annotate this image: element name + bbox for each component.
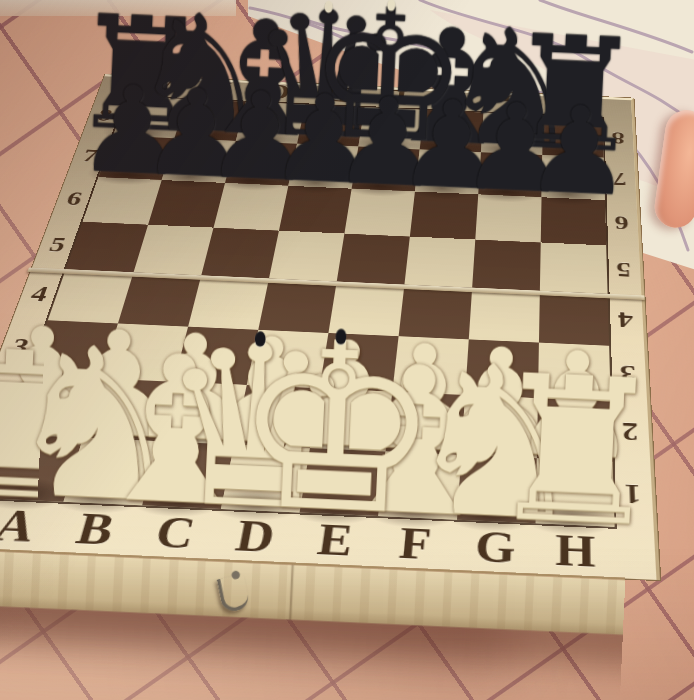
piece-shadow <box>285 129 362 152</box>
square-c8[interactable]: ♝ <box>236 102 306 144</box>
board-scene: ♜♞♝♛♚♝♞♜♟♟♟♟♟♟♟♟♟♟♟♟♟♟♟♟♜♞♝♛♚♝♞♜ 8877665… <box>0 0 694 700</box>
square-e1[interactable]: ♚ <box>300 448 386 516</box>
square-c6[interactable] <box>214 183 289 231</box>
piece-shadow <box>85 162 168 186</box>
square-d8[interactable]: ♛ <box>297 104 365 146</box>
square-g8[interactable]: ♞ <box>481 113 543 155</box>
photo-scene: ♜♞♝♛♚♝♞♜♟♟♟♟♟♟♟♟♟♟♟♟♟♟♟♟♜♞♝♛♚♝♞♜ 8877665… <box>0 0 694 700</box>
black-queen-d8[interactable]: ♛ <box>244 0 408 166</box>
file-label-top-D: D <box>305 82 368 107</box>
square-b7[interactable]: ♟ <box>162 138 236 183</box>
square-a8[interactable]: ♜ <box>113 96 186 138</box>
black-pawn-g7[interactable]: ♟ <box>458 86 571 211</box>
black-king-e8[interactable]: ♚ <box>304 0 473 169</box>
square-e7[interactable]: ♟ <box>352 147 420 192</box>
clasp-hook-icon <box>217 574 251 613</box>
rank-label-left-7: 7 <box>67 134 113 177</box>
square-e8[interactable]: ♚ <box>358 107 424 149</box>
black-rook-h8[interactable]: ♜ <box>501 14 647 175</box>
piece-shadow <box>100 121 180 144</box>
black-rook-a8[interactable]: ♜ <box>67 0 213 155</box>
square-h6[interactable] <box>541 197 606 245</box>
square-g5[interactable] <box>472 239 541 290</box>
chessboard: ♜♞♝♛♚♝♞♜♟♟♟♟♟♟♟♟♟♟♟♟♟♟♟♟♜♞♝♛♚♝♞♜ 8877665… <box>0 74 660 580</box>
square-g6[interactable] <box>475 194 541 242</box>
square-h1[interactable]: ♜ <box>536 458 615 526</box>
square-f6[interactable] <box>410 192 478 240</box>
square-f5[interactable] <box>404 236 475 287</box>
square-g7[interactable]: ♟ <box>478 152 542 197</box>
square-f7[interactable]: ♟ <box>415 149 481 194</box>
piece-shadow <box>408 135 483 158</box>
piece-shadow <box>346 132 422 155</box>
square-c7[interactable]: ♟ <box>225 141 297 186</box>
file-label-top-G: G <box>484 90 544 115</box>
square-d6[interactable] <box>279 186 352 234</box>
square-h8[interactable]: ♜ <box>542 115 603 158</box>
file-label-top-H: H <box>543 93 602 118</box>
square-a6[interactable] <box>83 177 162 224</box>
white-finial-icon <box>324 1 333 13</box>
black-bishop-c8[interactable]: ♝ <box>190 0 338 161</box>
piece-shadow <box>470 138 544 161</box>
black-pawn-a7[interactable]: ♟ <box>75 68 188 193</box>
square-d7[interactable]: ♟ <box>288 144 358 189</box>
square-b6[interactable] <box>148 180 225 228</box>
square-h7[interactable]: ♟ <box>542 155 605 200</box>
square-d5[interactable] <box>269 231 344 282</box>
file-label-top-C: C <box>246 80 310 105</box>
white-finial-icon <box>387 0 396 11</box>
black-pawn-c7[interactable]: ♟ <box>203 74 316 199</box>
white-rook-h1[interactable]: ♜ <box>482 347 670 555</box>
square-c5[interactable] <box>201 228 279 279</box>
piece-shadow <box>223 127 301 150</box>
rank-label-right-5: 5 <box>606 245 641 295</box>
black-pawn-b7[interactable]: ♟ <box>139 71 252 196</box>
square-e5[interactable] <box>337 234 410 285</box>
square-f8[interactable]: ♝ <box>420 110 484 152</box>
rank-label-left-6: 6 <box>50 176 98 222</box>
rank-label-right-8: 8 <box>602 118 634 159</box>
piece-shadow <box>162 124 241 147</box>
square-h5[interactable] <box>540 242 608 293</box>
rank-label-left-8: 8 <box>83 95 128 135</box>
piece-shadow <box>276 171 356 195</box>
piece-shadow <box>530 182 606 206</box>
piece-shadow <box>339 173 418 197</box>
square-e6[interactable] <box>344 189 415 237</box>
piece-shadow <box>531 140 605 163</box>
square-a5[interactable] <box>66 222 148 273</box>
black-pawn-f7[interactable]: ♟ <box>394 83 507 208</box>
file-label-top-A: A <box>127 74 193 99</box>
board-grid: ♜♞♝♛♚♝♞♜♟♟♟♟♟♟♟♟♟♟♟♟♟♟♟♟♜♞♝♛♚♝♞♜ <box>0 96 614 526</box>
piece-shadow <box>212 168 293 192</box>
square-b8[interactable]: ♞ <box>174 99 245 141</box>
square-a7[interactable]: ♟ <box>98 135 174 180</box>
rank-label-left-5: 5 <box>32 220 83 269</box>
piece-shadow <box>403 176 481 200</box>
black-knight-g8[interactable]: ♞ <box>436 6 587 173</box>
black-pawn-e7[interactable]: ♟ <box>331 80 444 205</box>
piece-shadow <box>466 179 543 203</box>
rank-label-right-6: 6 <box>605 200 639 247</box>
file-label-top-F: F <box>424 88 485 113</box>
black-finial-icon <box>335 329 346 345</box>
black-knight-b8[interactable]: ♞ <box>126 0 277 159</box>
piece-shadow <box>148 165 230 189</box>
file-label-top-E: E <box>365 85 427 110</box>
black-pawn-d7[interactable]: ♟ <box>267 77 380 202</box>
square-b5[interactable] <box>134 225 214 276</box>
black-pawn-h7[interactable]: ♟ <box>522 89 635 214</box>
rank-label-right-7: 7 <box>604 158 637 202</box>
black-bishop-f8[interactable]: ♝ <box>376 6 524 169</box>
file-label-top-B: B <box>186 77 251 102</box>
white-king-e1[interactable]: ♚ <box>228 308 445 548</box>
